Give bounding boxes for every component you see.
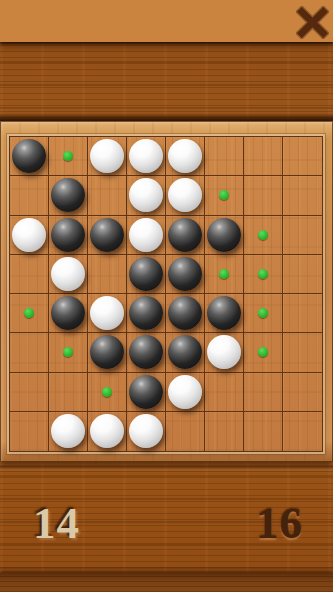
white-disc <box>129 218 163 252</box>
black-disc <box>129 335 163 369</box>
board-cell-f5[interactable] <box>205 294 244 333</box>
black-disc <box>51 218 85 252</box>
white-disc <box>12 218 46 252</box>
board-cell-g1[interactable] <box>244 137 283 176</box>
black-disc <box>207 296 241 330</box>
black-disc <box>168 335 202 369</box>
white-disc <box>90 414 124 448</box>
board-cell-e5[interactable] <box>166 294 205 333</box>
board-cell-g5[interactable] <box>244 294 283 333</box>
board-cell-g6[interactable] <box>244 333 283 372</box>
board-cell-h6[interactable] <box>283 333 322 372</box>
board-cell-e3[interactable] <box>166 216 205 255</box>
board-cell-a6[interactable] <box>10 333 49 372</box>
board-cell-f7[interactable] <box>205 373 244 412</box>
board-grid <box>9 136 323 452</box>
board-cell-b1[interactable] <box>49 137 88 176</box>
board-cell-c4[interactable] <box>88 255 127 294</box>
plank-seam-bottom <box>0 466 333 471</box>
white-disc <box>90 139 124 173</box>
board-cell-f6[interactable] <box>205 333 244 372</box>
board-cell-g7[interactable] <box>244 373 283 412</box>
bottom-plank <box>0 573 333 592</box>
white-disc <box>51 257 85 291</box>
board-cell-h2[interactable] <box>283 176 322 215</box>
board-cell-b6[interactable] <box>49 333 88 372</box>
black-disc <box>12 139 46 173</box>
board-cell-d6[interactable] <box>127 333 166 372</box>
white-disc <box>90 296 124 330</box>
board-cell-g3[interactable] <box>244 216 283 255</box>
board-cell-a5[interactable] <box>10 294 49 333</box>
move-hint-dot[interactable] <box>102 387 112 397</box>
board-cell-b5[interactable] <box>49 294 88 333</box>
board-cell-c8[interactable] <box>88 412 127 451</box>
board-cell-a8[interactable] <box>10 412 49 451</box>
board-cell-b2[interactable] <box>49 176 88 215</box>
board-cell-e8[interactable] <box>166 412 205 451</box>
board-cell-d2[interactable] <box>127 176 166 215</box>
board-cell-f4[interactable] <box>205 255 244 294</box>
board-cell-a7[interactable] <box>10 373 49 412</box>
board-cell-e1[interactable] <box>166 137 205 176</box>
black-disc <box>207 218 241 252</box>
black-disc <box>129 375 163 409</box>
move-hint-dot[interactable] <box>258 269 268 279</box>
move-hint-dot[interactable] <box>219 269 229 279</box>
board-cell-g8[interactable] <box>244 412 283 451</box>
black-disc <box>168 296 202 330</box>
black-score: 16 <box>256 501 303 546</box>
white-disc <box>168 375 202 409</box>
board-cell-a3[interactable] <box>10 216 49 255</box>
board-cell-a4[interactable] <box>10 255 49 294</box>
white-disc <box>129 178 163 212</box>
board-cell-d8[interactable] <box>127 412 166 451</box>
board-cell-g2[interactable] <box>244 176 283 215</box>
white-disc <box>129 414 163 448</box>
black-disc <box>90 218 124 252</box>
board-cell-h8[interactable] <box>283 412 322 451</box>
board-cell-b7[interactable] <box>49 373 88 412</box>
board-cell-c6[interactable] <box>88 333 127 372</box>
white-disc <box>129 139 163 173</box>
board-cell-c5[interactable] <box>88 294 127 333</box>
move-hint-dot[interactable] <box>258 230 268 240</box>
board-cell-d5[interactable] <box>127 294 166 333</box>
board-cell-f3[interactable] <box>205 216 244 255</box>
board-cell-h5[interactable] <box>283 294 322 333</box>
white-score: 14 <box>33 501 80 546</box>
board-cell-c2[interactable] <box>88 176 127 215</box>
board-cell-b8[interactable] <box>49 412 88 451</box>
title-bar <box>0 0 333 42</box>
board-cell-a2[interactable] <box>10 176 49 215</box>
board-cell-e4[interactable] <box>166 255 205 294</box>
white-disc <box>168 178 202 212</box>
black-disc <box>90 335 124 369</box>
close-button[interactable] <box>294 4 330 40</box>
board-cell-c3[interactable] <box>88 216 127 255</box>
move-hint-dot[interactable] <box>63 347 73 357</box>
game-screen: 14 16 <box>0 0 333 592</box>
board-cell-c1[interactable] <box>88 137 127 176</box>
board-cell-h4[interactable] <box>283 255 322 294</box>
board-cell-e2[interactable] <box>166 176 205 215</box>
board-cell-e7[interactable] <box>166 373 205 412</box>
board-cell-h7[interactable] <box>283 373 322 412</box>
board-cell-d7[interactable] <box>127 373 166 412</box>
board-cell-h3[interactable] <box>283 216 322 255</box>
move-hint-dot[interactable] <box>24 308 34 318</box>
board-cell-e6[interactable] <box>166 333 205 372</box>
board-cell-c7[interactable] <box>88 373 127 412</box>
board-cell-h1[interactable] <box>283 137 322 176</box>
board-cell-b3[interactable] <box>49 216 88 255</box>
board-cell-f8[interactable] <box>205 412 244 451</box>
game-board <box>0 121 333 462</box>
black-disc <box>168 218 202 252</box>
white-disc <box>51 414 85 448</box>
move-hint-dot[interactable] <box>258 347 268 357</box>
black-disc <box>51 296 85 330</box>
board-cell-d3[interactable] <box>127 216 166 255</box>
black-disc <box>129 257 163 291</box>
white-disc <box>207 335 241 369</box>
board-cell-f2[interactable] <box>205 176 244 215</box>
move-hint-dot[interactable] <box>63 151 73 161</box>
move-hint-dot[interactable] <box>258 308 268 318</box>
close-icon <box>296 6 329 39</box>
board-cell-a1[interactable] <box>10 137 49 176</box>
black-disc <box>51 178 85 212</box>
board-cell-d1[interactable] <box>127 137 166 176</box>
board-cell-f1[interactable] <box>205 137 244 176</box>
board-cell-d4[interactable] <box>127 255 166 294</box>
board-cell-b4[interactable] <box>49 255 88 294</box>
move-hint-dot[interactable] <box>219 190 229 200</box>
black-disc <box>129 296 163 330</box>
white-disc <box>168 139 202 173</box>
board-cell-g4[interactable] <box>244 255 283 294</box>
black-disc <box>168 257 202 291</box>
